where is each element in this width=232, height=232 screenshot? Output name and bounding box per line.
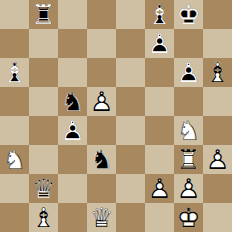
piece-outline-layer: ♔ — [174, 0, 203, 29]
piece-outline-layer: ♖ — [29, 0, 58, 29]
square-e8[interactable] — [116, 0, 145, 29]
piece-outline-layer: ♙ — [203, 145, 232, 174]
square-b8[interactable]: ♜♖ — [29, 0, 58, 29]
square-b3[interactable] — [29, 145, 58, 174]
piece-black-rook[interactable]: ♜♖ — [29, 0, 58, 29]
piece-outline-layer: ♗ — [0, 58, 29, 87]
piece-white-pawn[interactable]: ♟♙ — [87, 87, 116, 116]
square-b7[interactable] — [29, 29, 58, 58]
piece-black-knight[interactable]: ♞♘ — [58, 87, 87, 116]
square-f5[interactable] — [145, 87, 174, 116]
square-d3[interactable]: ♞♘ — [87, 145, 116, 174]
piece-white-bishop[interactable]: ♝♗ — [29, 203, 58, 232]
square-h5[interactable] — [203, 87, 232, 116]
square-e7[interactable] — [116, 29, 145, 58]
square-d7[interactable] — [87, 29, 116, 58]
square-g8[interactable]: ♚♔ — [174, 0, 203, 29]
square-b4[interactable] — [29, 116, 58, 145]
chess-board: ♜♖♝♗♚♔♟♙♝♗♟♙♝♗♞♘♟♙♟♙♞♘♞♘♞♘♜♖♟♙♛♕♟♙♟♙♝♗♛♕… — [0, 0, 232, 232]
piece-black-pawn[interactable]: ♟♙ — [174, 58, 203, 87]
square-b1[interactable]: ♝♗ — [29, 203, 58, 232]
square-a8[interactable] — [0, 0, 29, 29]
square-e4[interactable] — [116, 116, 145, 145]
square-h3[interactable]: ♟♙ — [203, 145, 232, 174]
square-a2[interactable] — [0, 174, 29, 203]
square-f3[interactable] — [145, 145, 174, 174]
square-a5[interactable] — [0, 87, 29, 116]
square-e2[interactable] — [116, 174, 145, 203]
piece-outline-layer: ♕ — [29, 174, 58, 203]
square-c2[interactable] — [58, 174, 87, 203]
square-d6[interactable] — [87, 58, 116, 87]
square-g3[interactable]: ♜♖ — [174, 145, 203, 174]
square-d5[interactable]: ♟♙ — [87, 87, 116, 116]
square-b6[interactable] — [29, 58, 58, 87]
square-f6[interactable] — [145, 58, 174, 87]
square-h6[interactable]: ♝♗ — [203, 58, 232, 87]
piece-outline-layer: ♙ — [145, 29, 174, 58]
piece-white-pawn[interactable]: ♟♙ — [145, 174, 174, 203]
piece-outline-layer: ♘ — [58, 87, 87, 116]
piece-outline-layer: ♙ — [58, 116, 87, 145]
square-d8[interactable] — [87, 0, 116, 29]
square-a1[interactable] — [0, 203, 29, 232]
square-c3[interactable] — [58, 145, 87, 174]
piece-white-bishop[interactable]: ♝♗ — [203, 58, 232, 87]
square-g5[interactable] — [174, 87, 203, 116]
piece-outline-layer: ♗ — [29, 203, 58, 232]
piece-black-king[interactable]: ♚♔ — [174, 0, 203, 29]
square-h8[interactable] — [203, 0, 232, 29]
piece-white-queen[interactable]: ♛♕ — [87, 203, 116, 232]
square-c1[interactable] — [58, 203, 87, 232]
square-a4[interactable] — [0, 116, 29, 145]
piece-black-bishop[interactable]: ♝♗ — [0, 58, 29, 87]
square-h1[interactable] — [203, 203, 232, 232]
piece-outline-layer: ♕ — [87, 203, 116, 232]
piece-outline-layer: ♘ — [87, 145, 116, 174]
square-a6[interactable]: ♝♗ — [0, 58, 29, 87]
square-f8[interactable]: ♝♗ — [145, 0, 174, 29]
piece-white-king[interactable]: ♚♔ — [174, 203, 203, 232]
square-e3[interactable] — [116, 145, 145, 174]
piece-white-knight[interactable]: ♞♘ — [174, 116, 203, 145]
square-c8[interactable] — [58, 0, 87, 29]
piece-outline-layer: ♙ — [145, 174, 174, 203]
piece-black-queen[interactable]: ♛♕ — [29, 174, 58, 203]
piece-outline-layer: ♘ — [0, 145, 29, 174]
piece-black-bishop[interactable]: ♝♗ — [145, 0, 174, 29]
piece-white-pawn[interactable]: ♟♙ — [203, 145, 232, 174]
square-h7[interactable] — [203, 29, 232, 58]
square-g7[interactable] — [174, 29, 203, 58]
square-a7[interactable] — [0, 29, 29, 58]
piece-outline-layer: ♙ — [174, 58, 203, 87]
square-f4[interactable] — [145, 116, 174, 145]
piece-outline-layer: ♗ — [145, 0, 174, 29]
square-h4[interactable] — [203, 116, 232, 145]
square-f2[interactable]: ♟♙ — [145, 174, 174, 203]
square-g1[interactable]: ♚♔ — [174, 203, 203, 232]
square-f1[interactable] — [145, 203, 174, 232]
piece-black-pawn[interactable]: ♟♙ — [145, 29, 174, 58]
square-e1[interactable] — [116, 203, 145, 232]
piece-outline-layer: ♗ — [203, 58, 232, 87]
piece-outline-layer: ♙ — [87, 87, 116, 116]
square-c4[interactable]: ♟♙ — [58, 116, 87, 145]
piece-outline-layer: ♖ — [174, 145, 203, 174]
square-g2[interactable]: ♟♙ — [174, 174, 203, 203]
square-b2[interactable]: ♛♕ — [29, 174, 58, 203]
piece-black-pawn[interactable]: ♟♙ — [58, 116, 87, 145]
square-c6[interactable] — [58, 58, 87, 87]
piece-outline-layer: ♙ — [174, 174, 203, 203]
square-e6[interactable] — [116, 58, 145, 87]
square-e5[interactable] — [116, 87, 145, 116]
piece-outline-layer: ♔ — [174, 203, 203, 232]
square-d1[interactable]: ♛♕ — [87, 203, 116, 232]
square-b5[interactable] — [29, 87, 58, 116]
piece-white-pawn[interactable]: ♟♙ — [174, 174, 203, 203]
square-a3[interactable]: ♞♘ — [0, 145, 29, 174]
square-g6[interactable]: ♟♙ — [174, 58, 203, 87]
square-d4[interactable] — [87, 116, 116, 145]
square-c5[interactable]: ♞♘ — [58, 87, 87, 116]
piece-black-knight[interactable]: ♞♘ — [87, 145, 116, 174]
square-g4[interactable]: ♞♘ — [174, 116, 203, 145]
square-h2[interactable] — [203, 174, 232, 203]
piece-white-knight[interactable]: ♞♘ — [0, 145, 29, 174]
piece-white-rook[interactable]: ♜♖ — [174, 145, 203, 174]
square-d2[interactable] — [87, 174, 116, 203]
piece-outline-layer: ♘ — [174, 116, 203, 145]
square-c7[interactable] — [58, 29, 87, 58]
square-f7[interactable]: ♟♙ — [145, 29, 174, 58]
